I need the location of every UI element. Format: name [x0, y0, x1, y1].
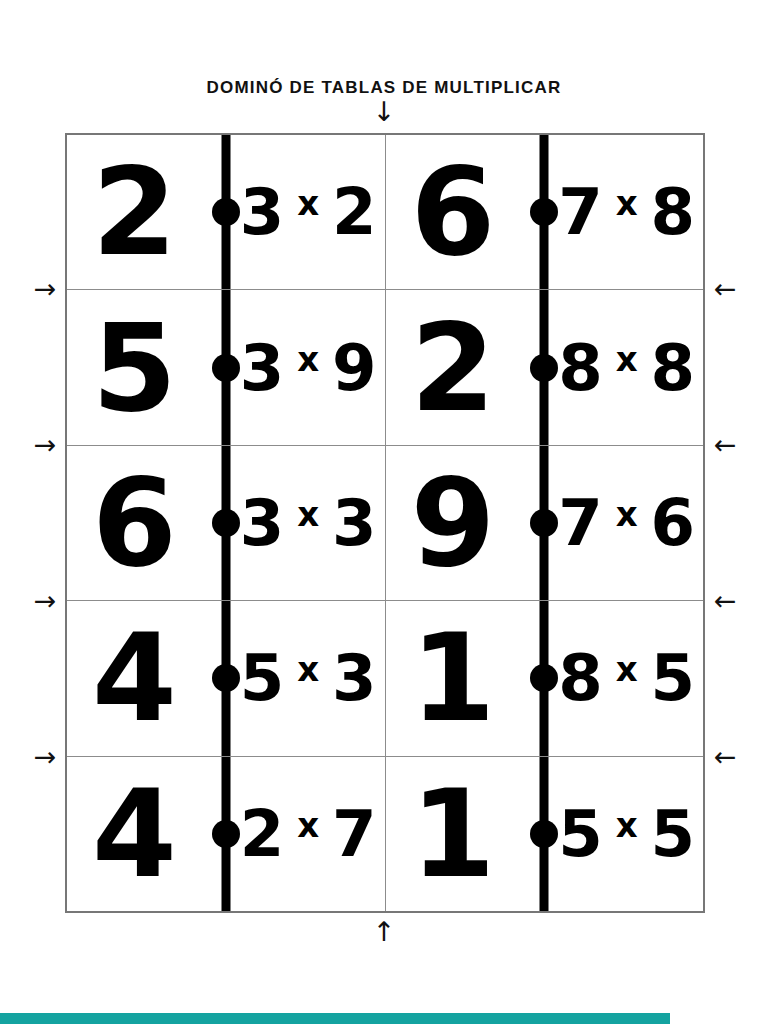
- domino-problem: 3x3: [226, 446, 385, 600]
- multiply-sign: x: [616, 652, 638, 686]
- domino-tile: 23x2: [67, 135, 385, 289]
- domino-tile: 42x7: [67, 757, 385, 911]
- domino-answer: 5: [67, 290, 226, 444]
- factor-right: 5: [651, 646, 696, 710]
- factor-left: 3: [240, 491, 285, 555]
- multiply-sign: x: [616, 186, 638, 220]
- factor-right: 6: [651, 491, 696, 555]
- domino-answer: 9: [386, 446, 545, 600]
- domino-problem: 8x5: [544, 601, 703, 755]
- factor-right: 9: [332, 336, 377, 400]
- page-edge-bar: [0, 1013, 670, 1024]
- cut-arrow-right-icon: →: [25, 586, 65, 616]
- factor-right: 5: [651, 802, 696, 866]
- page-title: DOMINÓ DE TABLAS DE MULTIPLICAR: [0, 78, 768, 98]
- factor-left: 2: [240, 802, 285, 866]
- cut-arrow-right-icon: →: [25, 274, 65, 304]
- factor-left: 3: [240, 180, 285, 244]
- factor-left: 8: [558, 336, 603, 400]
- domino-answer: 1: [386, 757, 545, 911]
- domino-divider-dot-icon: [212, 664, 240, 692]
- domino-divider-dot-icon: [212, 509, 240, 537]
- multiply-sign: x: [616, 342, 638, 376]
- factor-right: 2: [332, 180, 377, 244]
- domino-answer: 2: [67, 135, 226, 289]
- factor-left: 5: [240, 646, 285, 710]
- factor-left: 3: [240, 336, 285, 400]
- factor-right: 8: [651, 336, 696, 400]
- domino-grid: 23x267x853x928x863x397x645x318x542x715x5: [65, 133, 705, 913]
- multiply-sign: x: [616, 497, 638, 531]
- multiply-sign: x: [297, 186, 319, 220]
- domino-divider-dot-icon: [530, 509, 558, 537]
- domino-problem: 5x5: [544, 757, 703, 911]
- domino-tile: 53x9: [67, 290, 385, 444]
- domino-tile: 97x6: [386, 446, 704, 600]
- factor-right: 3: [332, 646, 377, 710]
- factor-right: 7: [332, 802, 377, 866]
- cut-arrow-down-icon: ↓: [364, 97, 404, 127]
- domino-problem: 7x6: [544, 446, 703, 600]
- factor-right: 8: [651, 180, 696, 244]
- cut-arrow-right-icon: →: [25, 742, 65, 772]
- factor-right: 3: [332, 491, 377, 555]
- domino-problem: 3x2: [226, 135, 385, 289]
- multiply-sign: x: [297, 497, 319, 531]
- domino-divider-dot-icon: [530, 664, 558, 692]
- domino-tile: 18x5: [386, 601, 704, 755]
- domino-answer: 1: [386, 601, 545, 755]
- domino-tile: 28x8: [386, 290, 704, 444]
- domino-divider-dot-icon: [530, 198, 558, 226]
- multiply-sign: x: [297, 342, 319, 376]
- multiply-sign: x: [297, 808, 319, 842]
- worksheet-page: DOMINÓ DE TABLAS DE MULTIPLICAR ↓ 23x267…: [0, 0, 768, 1024]
- domino-tile: 63x3: [67, 446, 385, 600]
- cut-arrow-left-icon: ←: [705, 430, 745, 460]
- domino-divider-dot-icon: [212, 354, 240, 382]
- domino-problem: 8x8: [544, 290, 703, 444]
- cut-arrow-left-icon: ←: [705, 742, 745, 772]
- domino-problem: 7x8: [544, 135, 703, 289]
- domino-divider-dot-icon: [212, 198, 240, 226]
- factor-left: 7: [558, 180, 603, 244]
- multiply-sign: x: [297, 652, 319, 686]
- domino-problem: 2x7: [226, 757, 385, 911]
- domino-answer: 6: [386, 135, 545, 289]
- domino-answer: 4: [67, 757, 226, 911]
- cut-arrow-up-icon: ↑: [364, 917, 404, 947]
- domino-answer: 2: [386, 290, 545, 444]
- factor-left: 5: [558, 802, 603, 866]
- domino-divider-dot-icon: [212, 820, 240, 848]
- domino-answer: 4: [67, 601, 226, 755]
- domino-answer: 6: [67, 446, 226, 600]
- cut-arrow-left-icon: ←: [705, 586, 745, 616]
- domino-divider-dot-icon: [530, 354, 558, 382]
- domino-problem: 3x9: [226, 290, 385, 444]
- domino-tile: 15x5: [386, 757, 704, 911]
- domino-problem: 5x3: [226, 601, 385, 755]
- factor-left: 8: [558, 646, 603, 710]
- factor-left: 7: [558, 491, 603, 555]
- domino-tile: 45x3: [67, 601, 385, 755]
- cut-arrow-left-icon: ←: [705, 274, 745, 304]
- cut-arrow-right-icon: →: [25, 430, 65, 460]
- domino-divider-dot-icon: [530, 820, 558, 848]
- multiply-sign: x: [616, 808, 638, 842]
- domino-tile: 67x8: [386, 135, 704, 289]
